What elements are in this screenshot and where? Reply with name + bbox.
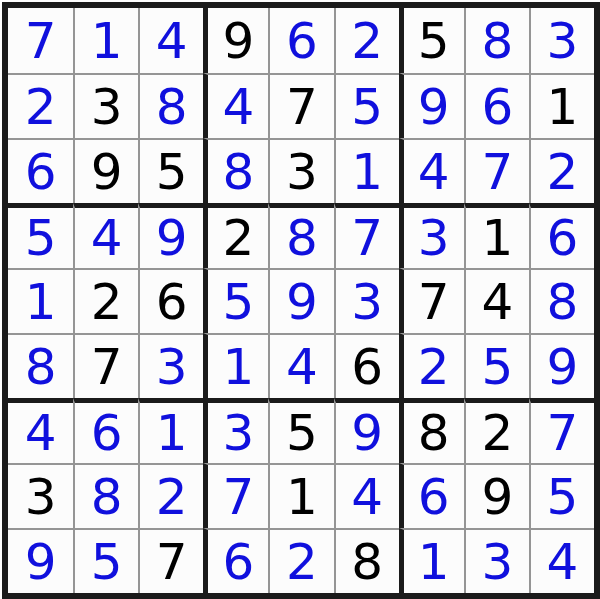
cell-r4c3[interactable]: 9 (138, 203, 203, 268)
cell-r8c2[interactable]: 8 (73, 463, 138, 528)
cell-r2c5[interactable]: 7 (268, 73, 333, 138)
cell-r1c8[interactable]: 8 (464, 8, 529, 73)
cell-r7c9[interactable]: 7 (529, 398, 594, 463)
cell-r5c1[interactable]: 1 (8, 268, 73, 333)
cell-r3c9[interactable]: 2 (529, 138, 594, 203)
cell-r1c1[interactable]: 7 (8, 8, 73, 73)
cell-r7c8[interactable]: 2 (464, 398, 529, 463)
cell-r9c4[interactable]: 6 (203, 528, 268, 593)
cell-r4c6[interactable]: 7 (334, 203, 399, 268)
cell-r1c9[interactable]: 3 (529, 8, 594, 73)
cell-r1c6[interactable]: 2 (334, 8, 399, 73)
cell-r5c6[interactable]: 3 (334, 268, 399, 333)
cell-r8c4[interactable]: 7 (203, 463, 268, 528)
cell-r5c2[interactable]: 2 (73, 268, 138, 333)
cell-r7c5[interactable]: 5 (268, 398, 333, 463)
cell-r8c7[interactable]: 6 (399, 463, 464, 528)
cell-r8c5[interactable]: 1 (268, 463, 333, 528)
cell-r6c5[interactable]: 4 (268, 333, 333, 398)
sudoku-board: 7149625832384759616958314725492873161265… (2, 2, 600, 599)
cell-r7c2[interactable]: 6 (73, 398, 138, 463)
cell-r6c7[interactable]: 2 (399, 333, 464, 398)
cell-r2c8[interactable]: 6 (464, 73, 529, 138)
cell-r1c2[interactable]: 1 (73, 8, 138, 73)
cell-r6c8[interactable]: 5 (464, 333, 529, 398)
cell-r6c2[interactable]: 7 (73, 333, 138, 398)
cell-r8c9[interactable]: 5 (529, 463, 594, 528)
cell-r1c3[interactable]: 4 (138, 8, 203, 73)
cell-r7c1[interactable]: 4 (8, 398, 73, 463)
cell-r9c7[interactable]: 1 (399, 528, 464, 593)
cell-r4c2[interactable]: 4 (73, 203, 138, 268)
cell-r5c9[interactable]: 8 (529, 268, 594, 333)
cell-r9c5[interactable]: 2 (268, 528, 333, 593)
cell-r9c3[interactable]: 7 (138, 528, 203, 593)
cell-r5c7[interactable]: 7 (399, 268, 464, 333)
cell-r6c4[interactable]: 1 (203, 333, 268, 398)
cell-r7c4[interactable]: 3 (203, 398, 268, 463)
cell-r7c7[interactable]: 8 (399, 398, 464, 463)
cell-r9c9[interactable]: 4 (529, 528, 594, 593)
cell-r5c8[interactable]: 4 (464, 268, 529, 333)
cell-r2c2[interactable]: 3 (73, 73, 138, 138)
cell-r3c6[interactable]: 1 (334, 138, 399, 203)
cell-r2c3[interactable]: 8 (138, 73, 203, 138)
cell-r8c1[interactable]: 3 (8, 463, 73, 528)
cell-r6c1[interactable]: 8 (8, 333, 73, 398)
cell-r9c2[interactable]: 5 (73, 528, 138, 593)
cell-r7c6[interactable]: 9 (334, 398, 399, 463)
cell-r3c5[interactable]: 3 (268, 138, 333, 203)
cell-r1c7[interactable]: 5 (399, 8, 464, 73)
cell-r4c7[interactable]: 3 (399, 203, 464, 268)
cell-r4c5[interactable]: 8 (268, 203, 333, 268)
cell-r3c8[interactable]: 7 (464, 138, 529, 203)
cell-r3c4[interactable]: 8 (203, 138, 268, 203)
cell-r3c2[interactable]: 9 (73, 138, 138, 203)
page: 7149625832384759616958314725492873161265… (0, 0, 600, 599)
cell-r5c5[interactable]: 9 (268, 268, 333, 333)
cell-r4c8[interactable]: 1 (464, 203, 529, 268)
cell-r4c4[interactable]: 2 (203, 203, 268, 268)
cell-r8c3[interactable]: 2 (138, 463, 203, 528)
cell-r7c3[interactable]: 1 (138, 398, 203, 463)
cell-r4c1[interactable]: 5 (8, 203, 73, 268)
cell-r1c4[interactable]: 9 (203, 8, 268, 73)
cell-r4c9[interactable]: 6 (529, 203, 594, 268)
cell-r9c8[interactable]: 3 (464, 528, 529, 593)
cell-r3c3[interactable]: 5 (138, 138, 203, 203)
cell-r5c3[interactable]: 6 (138, 268, 203, 333)
cell-r2c6[interactable]: 5 (334, 73, 399, 138)
cell-r9c1[interactable]: 9 (8, 528, 73, 593)
cell-r8c8[interactable]: 9 (464, 463, 529, 528)
cell-r2c4[interactable]: 4 (203, 73, 268, 138)
cell-r2c9[interactable]: 1 (529, 73, 594, 138)
cell-r1c5[interactable]: 6 (268, 8, 333, 73)
cell-r5c4[interactable]: 5 (203, 268, 268, 333)
cell-r3c1[interactable]: 6 (8, 138, 73, 203)
cell-r2c1[interactable]: 2 (8, 73, 73, 138)
cell-r8c6[interactable]: 4 (334, 463, 399, 528)
cell-r6c9[interactable]: 9 (529, 333, 594, 398)
cell-r2c7[interactable]: 9 (399, 73, 464, 138)
cell-r3c7[interactable]: 4 (399, 138, 464, 203)
cell-r9c6[interactable]: 8 (334, 528, 399, 593)
cell-r6c3[interactable]: 3 (138, 333, 203, 398)
cell-r6c6[interactable]: 6 (334, 333, 399, 398)
